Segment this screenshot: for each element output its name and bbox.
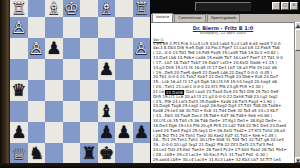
- square-d8[interactable]: ♜: [80, 143, 98, 164]
- tab-commentaar[interactable]: Commentaar: [174, 14, 206, 22]
- white-piece-h8[interactable]: ♕: [10, 143, 28, 164]
- square-b2[interactable]: [115, 17, 133, 38]
- square-g8[interactable]: ♞: [28, 143, 46, 164]
- game-subtitle: Blitzpartij, 12 april 2005: [151, 31, 295, 36]
- square-g2[interactable]: [28, 17, 46, 38]
- scroll-thumb[interactable]: [295, 29, 300, 51]
- square-b1[interactable]: [115, 0, 133, 17]
- square-f4[interactable]: [45, 59, 63, 80]
- black-piece-d8[interactable]: ♜: [80, 143, 98, 164]
- close-button[interactable]: ×: [290, 2, 298, 10]
- square-g3[interactable]: ♙: [28, 38, 46, 59]
- black-piece-c8[interactable]: ♚: [98, 143, 116, 164]
- square-a2[interactable]: [133, 17, 151, 38]
- tab-openingsboek[interactable]: Openingsboek: [207, 14, 241, 22]
- square-c7[interactable]: ♟: [98, 122, 116, 143]
- square-h7[interactable]: ♟: [10, 122, 28, 143]
- window-left-border: [0, 0, 10, 168]
- square-h5[interactable]: ♛: [10, 80, 28, 101]
- square-f1[interactable]: ♗: [45, 0, 63, 17]
- square-c6[interactable]: ♝: [98, 101, 116, 122]
- square-e2[interactable]: [63, 17, 81, 38]
- window-controls: _ □ ×: [272, 2, 298, 10]
- square-d2[interactable]: [80, 17, 98, 38]
- square-a1[interactable]: ♖: [133, 0, 151, 17]
- square-f8[interactable]: [45, 143, 63, 164]
- square-e3[interactable]: [63, 38, 81, 59]
- square-h8[interactable]: ♕: [10, 143, 28, 164]
- square-a6[interactable]: [133, 101, 151, 122]
- square-f7[interactable]: [45, 122, 63, 143]
- square-d1[interactable]: [80, 0, 98, 17]
- white-piece-c1[interactable]: ♗: [98, 0, 116, 17]
- black-piece-c4[interactable]: ♟: [98, 59, 116, 80]
- chess-program-window: ♖♗♔♗♖♙♙♟♙♟♛♝♟♟♟♟♕♞♜♚ _ □ × NotatieCommen…: [0, 0, 300, 168]
- square-h1[interactable]: ♖: [10, 0, 28, 17]
- square-f6[interactable]: [45, 101, 63, 122]
- square-d7[interactable]: [80, 122, 98, 143]
- square-d3[interactable]: [80, 38, 98, 59]
- black-piece-h7[interactable]: ♟: [10, 122, 28, 143]
- square-a3[interactable]: ♙: [133, 38, 151, 59]
- black-piece-h5[interactable]: ♛: [10, 80, 28, 101]
- square-a8[interactable]: [133, 143, 151, 164]
- square-c5[interactable]: [98, 80, 116, 101]
- square-f3[interactable]: ♟: [45, 38, 63, 59]
- square-h3[interactable]: [10, 38, 28, 59]
- window-bottom-border: [0, 163, 300, 168]
- analysis-move-list[interactable]: 1.e4 e5 2.Pf3 Pc6 3.Lc4 Lc5 4.b4 Lxb4 5.…: [153, 42, 294, 168]
- selected-move-highlight[interactable]: 22.Dxh8: [165, 90, 184, 95]
- square-d5[interactable]: [80, 80, 98, 101]
- scroll-up-arrow[interactable]: ▲: [295, 22, 300, 28]
- square-d6[interactable]: [80, 101, 98, 122]
- square-h6[interactable]: [10, 101, 28, 122]
- square-b6[interactable]: [115, 101, 133, 122]
- square-a7[interactable]: ♟: [133, 122, 151, 143]
- square-c2[interactable]: [98, 17, 116, 38]
- square-b7[interactable]: ♟: [115, 122, 133, 143]
- square-c4[interactable]: ♟: [98, 59, 116, 80]
- square-a5[interactable]: [133, 80, 151, 101]
- square-g6[interactable]: [28, 101, 46, 122]
- square-b8[interactable]: [115, 143, 133, 164]
- square-b5[interactable]: [115, 80, 133, 101]
- square-g1[interactable]: [28, 0, 46, 17]
- notation-sheet: Dr. Bierm - Fritz B 1:0 Blitzpartij, 12 …: [151, 22, 295, 164]
- white-piece-a1[interactable]: ♖: [133, 0, 151, 17]
- scrollbar[interactable]: ▲ ▼: [294, 22, 300, 163]
- chess-board[interactable]: ♖♗♔♗♖♙♙♟♙♟♛♝♟♟♟♟♕♞♜♚: [10, 0, 150, 164]
- black-piece-c7[interactable]: ♟: [98, 122, 116, 143]
- white-piece-a3[interactable]: ♙: [133, 38, 151, 59]
- white-piece-h2[interactable]: ♙: [10, 17, 28, 38]
- black-piece-b7[interactable]: ♟: [115, 122, 133, 143]
- square-f2[interactable]: [45, 17, 63, 38]
- square-d4[interactable]: [80, 59, 98, 80]
- tab-bar: NotatieCommentaarOpeningsboek: [151, 14, 300, 22]
- square-e5[interactable]: [63, 80, 81, 101]
- white-piece-h1[interactable]: ♖: [10, 0, 28, 17]
- square-b4[interactable]: [115, 59, 133, 80]
- tab-notatie[interactable]: Notatie: [152, 13, 173, 22]
- square-c8[interactable]: ♚: [98, 143, 116, 164]
- black-piece-a7[interactable]: ♟: [133, 122, 151, 143]
- white-piece-e1[interactable]: ♔: [63, 0, 81, 17]
- white-piece-f1[interactable]: ♗: [45, 0, 63, 17]
- white-piece-g3[interactable]: ♙: [28, 38, 46, 59]
- square-e7[interactable]: [63, 122, 81, 143]
- black-piece-g8[interactable]: ♞: [28, 143, 46, 164]
- square-e6[interactable]: [63, 101, 81, 122]
- square-e4[interactable]: [63, 59, 81, 80]
- square-g7[interactable]: [28, 122, 46, 143]
- square-f5[interactable]: [45, 80, 63, 101]
- square-g4[interactable]: [28, 59, 46, 80]
- panel-titlebar: _ □ ×: [151, 0, 300, 14]
- analysis-panel: _ □ × NotatieCommentaarOpeningsboek Dr. …: [150, 0, 300, 168]
- black-piece-c6[interactable]: ♝: [98, 101, 116, 122]
- black-piece-f3[interactable]: ♟: [45, 38, 63, 59]
- square-b3[interactable]: [115, 38, 133, 59]
- square-h4[interactable]: [10, 59, 28, 80]
- square-h2[interactable]: ♙: [10, 17, 28, 38]
- square-g5[interactable]: [28, 80, 46, 101]
- square-e8[interactable]: [63, 143, 81, 164]
- square-a4[interactable]: [133, 59, 151, 80]
- maximize-button[interactable]: □: [281, 2, 289, 10]
- title-box[interactable]: [195, 2, 251, 11]
- square-c1[interactable]: ♗: [98, 0, 116, 17]
- minimize-button[interactable]: _: [272, 2, 280, 10]
- game-header: Dr. Bierm - Fritz B 1:0 Blitzpartij, 12 …: [151, 23, 295, 36]
- square-c3[interactable]: [98, 38, 116, 59]
- square-e1[interactable]: ♔: [63, 0, 81, 17]
